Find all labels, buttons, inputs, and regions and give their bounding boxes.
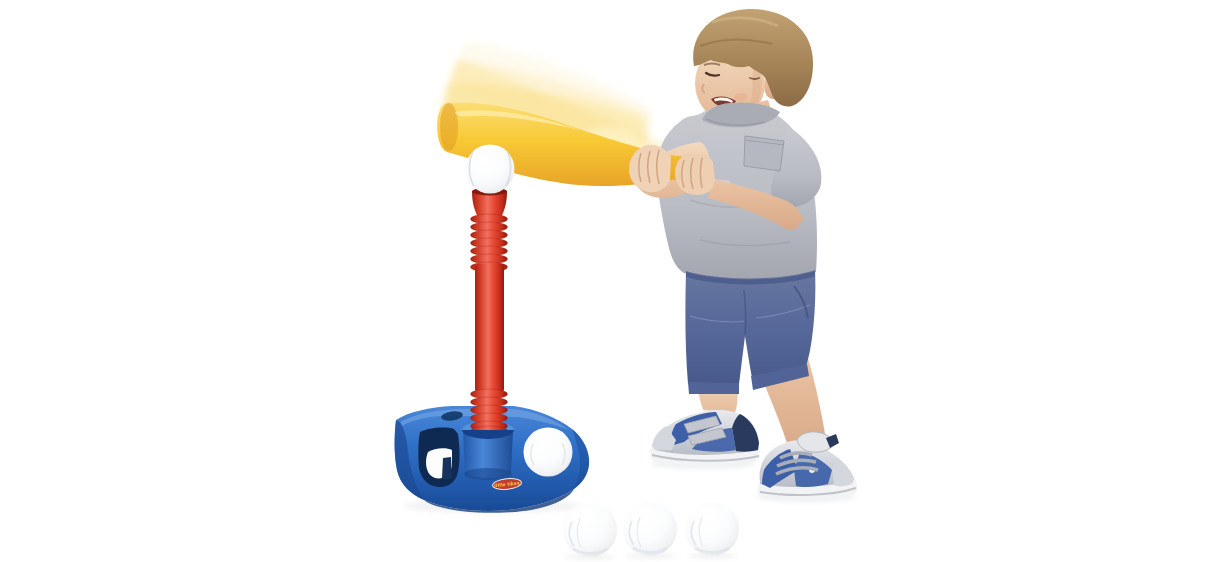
far-eye: [750, 78, 759, 79]
shorts-cuff-left: [688, 382, 739, 394]
chest-pocket: [744, 136, 784, 171]
bat-end-cap: [440, 103, 458, 151]
base-arch-slot: [442, 457, 452, 479]
product-photo: Toddler in a gray t-shirt and blue short…: [0, 0, 1229, 562]
ball-on-base: [524, 428, 573, 477]
ground-balls: [563, 502, 739, 557]
background: [0, 0, 1229, 562]
scene-canvas: Toddler in a gray t-shirt and blue short…: [0, 0, 1229, 562]
ground-ball-1: [563, 503, 617, 557]
cheek-blush: [734, 93, 748, 101]
ground-ball-2: [623, 502, 677, 556]
tee-pole: [471, 188, 508, 437]
socket-base-shade: [464, 468, 512, 480]
ground-ball-3: [685, 502, 739, 556]
ball-on-tee: [466, 145, 515, 194]
